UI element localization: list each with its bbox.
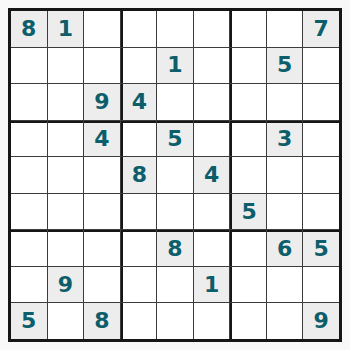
- cell-r1c6[interactable]: [194, 11, 230, 47]
- cell-r9c9[interactable]: 9: [303, 303, 339, 339]
- cell-r8c7[interactable]: [230, 267, 266, 303]
- cell-r5c2[interactable]: [48, 157, 84, 193]
- cell-r3c7[interactable]: [230, 84, 266, 120]
- cell-r7c1[interactable]: [11, 230, 47, 266]
- cell-r6c8[interactable]: [267, 194, 303, 230]
- cell-r8c3[interactable]: [84, 267, 120, 303]
- cell-r4c3[interactable]: 4: [84, 121, 120, 157]
- cell-r4c7[interactable]: [230, 121, 266, 157]
- cell-r5c8[interactable]: [267, 157, 303, 193]
- cell-r4c5[interactable]: 5: [157, 121, 193, 157]
- cell-r3c6[interactable]: [194, 84, 230, 120]
- cell-r1c7[interactable]: [230, 11, 266, 47]
- cell-r7c9[interactable]: 5: [303, 230, 339, 266]
- cell-r3c8[interactable]: [267, 84, 303, 120]
- cell-r5c6[interactable]: 4: [194, 157, 230, 193]
- cell-r5c1[interactable]: [11, 157, 47, 193]
- cell-r2c3[interactable]: [84, 48, 120, 84]
- cell-r4c6[interactable]: [194, 121, 230, 157]
- cell-r1c1[interactable]: 8: [11, 11, 47, 47]
- cell-r8c8[interactable]: [267, 267, 303, 303]
- sudoku-board: 817159445384586591589: [8, 8, 342, 342]
- cell-r8c1[interactable]: [11, 267, 47, 303]
- cell-r1c4[interactable]: [121, 11, 157, 47]
- cell-r1c5[interactable]: [157, 11, 193, 47]
- cell-r1c8[interactable]: [267, 11, 303, 47]
- cell-r4c8[interactable]: 3: [267, 121, 303, 157]
- cell-r8c6[interactable]: 1: [194, 267, 230, 303]
- cell-r3c4[interactable]: 4: [121, 84, 157, 120]
- cell-r7c2[interactable]: [48, 230, 84, 266]
- cell-r3c3[interactable]: 9: [84, 84, 120, 120]
- cell-r5c3[interactable]: [84, 157, 120, 193]
- cell-r1c3[interactable]: [84, 11, 120, 47]
- cell-r6c4[interactable]: [121, 194, 157, 230]
- cell-r4c2[interactable]: [48, 121, 84, 157]
- cell-r7c3[interactable]: [84, 230, 120, 266]
- cell-r9c6[interactable]: [194, 303, 230, 339]
- cell-r9c7[interactable]: [230, 303, 266, 339]
- cell-r2c5[interactable]: 1: [157, 48, 193, 84]
- cell-r7c8[interactable]: 6: [267, 230, 303, 266]
- cell-r9c4[interactable]: [121, 303, 157, 339]
- cell-r6c2[interactable]: [48, 194, 84, 230]
- cell-r5c9[interactable]: [303, 157, 339, 193]
- cell-r3c5[interactable]: [157, 84, 193, 120]
- cell-r6c5[interactable]: [157, 194, 193, 230]
- cell-r9c8[interactable]: [267, 303, 303, 339]
- cell-r2c4[interactable]: [121, 48, 157, 84]
- cell-r6c9[interactable]: [303, 194, 339, 230]
- cell-r6c3[interactable]: [84, 194, 120, 230]
- cell-r1c2[interactable]: 1: [48, 11, 84, 47]
- cell-r6c6[interactable]: [194, 194, 230, 230]
- cell-r5c4[interactable]: 8: [121, 157, 157, 193]
- cell-r3c9[interactable]: [303, 84, 339, 120]
- cell-r8c5[interactable]: [157, 267, 193, 303]
- cell-r2c2[interactable]: [48, 48, 84, 84]
- cell-r2c7[interactable]: [230, 48, 266, 84]
- cell-r3c2[interactable]: [48, 84, 84, 120]
- cell-r6c1[interactable]: [11, 194, 47, 230]
- cell-r8c4[interactable]: [121, 267, 157, 303]
- cell-r7c7[interactable]: [230, 230, 266, 266]
- cell-r4c9[interactable]: [303, 121, 339, 157]
- cell-r2c6[interactable]: [194, 48, 230, 84]
- cell-r6c7[interactable]: 5: [230, 194, 266, 230]
- cell-r9c3[interactable]: 8: [84, 303, 120, 339]
- cell-r5c5[interactable]: [157, 157, 193, 193]
- cell-r8c9[interactable]: [303, 267, 339, 303]
- cell-r7c6[interactable]: [194, 230, 230, 266]
- cell-r4c1[interactable]: [11, 121, 47, 157]
- cell-r4c4[interactable]: [121, 121, 157, 157]
- cell-r2c1[interactable]: [11, 48, 47, 84]
- cell-r9c1[interactable]: 5: [11, 303, 47, 339]
- cell-r8c2[interactable]: 9: [48, 267, 84, 303]
- cell-r1c9[interactable]: 7: [303, 11, 339, 47]
- cell-r9c2[interactable]: [48, 303, 84, 339]
- cell-r5c7[interactable]: [230, 157, 266, 193]
- cell-r3c1[interactable]: [11, 84, 47, 120]
- cell-r9c5[interactable]: [157, 303, 193, 339]
- cell-r7c4[interactable]: [121, 230, 157, 266]
- cell-r7c5[interactable]: 8: [157, 230, 193, 266]
- cell-r2c9[interactable]: [303, 48, 339, 84]
- cell-r2c8[interactable]: 5: [267, 48, 303, 84]
